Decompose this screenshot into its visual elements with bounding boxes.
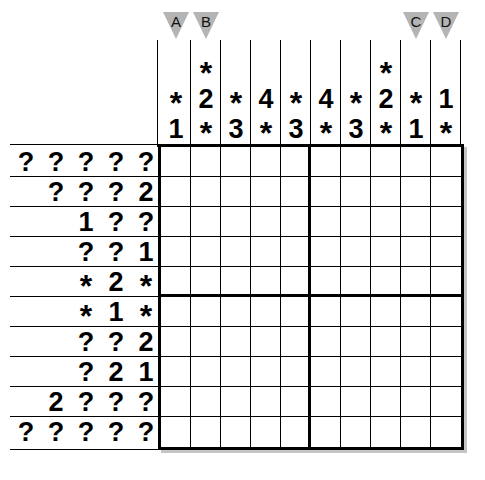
marker-letter: B — [193, 14, 220, 29]
clue-number: ? — [101, 387, 131, 417]
cell-r1c7[interactable] — [341, 147, 371, 177]
col-clue-2: *2* — [191, 54, 221, 144]
col-clue-5: *3 — [281, 54, 311, 144]
cell-r3c6[interactable] — [311, 207, 341, 237]
col-clue-1: *1 — [161, 54, 191, 144]
cell-r2c1[interactable] — [161, 177, 191, 207]
cell-r3c3[interactable] — [221, 207, 251, 237]
clue-number: 1 — [101, 297, 131, 327]
clue-number: 2 — [41, 387, 71, 417]
cell-r10c2[interactable] — [191, 417, 221, 447]
clue-number: 4 — [311, 84, 341, 114]
clue-hidden: * — [401, 84, 431, 114]
clue-number: ? — [101, 207, 131, 237]
cell-r7c3[interactable] — [221, 327, 251, 357]
clue-hidden: * — [221, 84, 251, 114]
row-clue-3: 1?? — [11, 207, 161, 237]
clue-hidden: * — [371, 54, 401, 84]
clue-hidden: * — [71, 267, 101, 297]
row-clue-4: ??1 — [11, 237, 161, 267]
cell-r5c9[interactable] — [401, 267, 431, 297]
cell-r1c5[interactable] — [281, 147, 311, 177]
cell-r4c9[interactable] — [401, 237, 431, 267]
cell-r8c4[interactable] — [251, 357, 281, 387]
clue-number: ? — [101, 147, 131, 177]
cell-r10c8[interactable] — [371, 417, 401, 447]
cell-r7c7[interactable] — [341, 327, 371, 357]
clue-hidden: * — [161, 84, 191, 114]
clue-number: ? — [71, 417, 101, 447]
cell-r8c6[interactable] — [311, 357, 341, 387]
cell-r4c7[interactable] — [341, 237, 371, 267]
cell-r4c6[interactable] — [311, 237, 341, 267]
clue-number: ? — [101, 327, 131, 357]
cell-r8c9[interactable] — [401, 357, 431, 387]
clue-hidden: * — [311, 114, 341, 144]
marker-B: B — [193, 12, 220, 39]
cell-r6c4[interactable] — [251, 297, 281, 327]
cell-r9c2[interactable] — [191, 387, 221, 417]
cell-r2c6[interactable] — [311, 177, 341, 207]
cell-r1c3[interactable] — [221, 147, 251, 177]
cell-r2c7[interactable] — [341, 177, 371, 207]
col-clue-4: 4* — [251, 54, 281, 144]
cell-r7c8[interactable] — [371, 327, 401, 357]
clue-hidden: * — [71, 297, 101, 327]
nonogram-board: ABCD *1*2**34**34**3*2**11* ????????21??… — [0, 0, 485, 480]
cell-r9c6[interactable] — [311, 387, 341, 417]
marker-letter: D — [433, 14, 460, 29]
cell-r10c1[interactable] — [161, 417, 191, 447]
cell-r3c5[interactable] — [281, 207, 311, 237]
cell-r1c4[interactable] — [251, 147, 281, 177]
cell-r8c7[interactable] — [341, 357, 371, 387]
cell-r3c9[interactable] — [401, 207, 431, 237]
cell-r1c6[interactable] — [311, 147, 341, 177]
clue-number: 2 — [131, 177, 161, 207]
hidden-clue-star: * — [230, 88, 242, 118]
cell-r5c3[interactable] — [221, 267, 251, 297]
clue-number: ? — [71, 237, 101, 267]
clue-hidden: * — [341, 84, 371, 114]
row-clue-10: ????? — [11, 417, 161, 447]
row-clue-8: ?21 — [11, 357, 161, 387]
cell-r1c10[interactable] — [431, 147, 461, 177]
clue-number: ? — [11, 147, 41, 177]
clue-number: ? — [11, 417, 41, 447]
col-clue-separator — [157, 40, 158, 147]
clue-number: ? — [41, 147, 71, 177]
clue-hidden: * — [191, 54, 221, 84]
cell-r7c6[interactable] — [311, 327, 341, 357]
row-clue-1: ????? — [11, 147, 161, 177]
cell-r4c8[interactable] — [371, 237, 401, 267]
hidden-clue-star: * — [290, 88, 302, 118]
cell-r6c2[interactable] — [191, 297, 221, 327]
clue-number: ? — [101, 177, 131, 207]
cell-r10c7[interactable] — [341, 417, 371, 447]
cell-r2c3[interactable] — [221, 177, 251, 207]
clue-number: ? — [131, 147, 161, 177]
cell-r7c10[interactable] — [431, 327, 461, 357]
cell-r3c2[interactable] — [191, 207, 221, 237]
clue-number: ? — [131, 207, 161, 237]
cell-r7c4[interactable] — [251, 327, 281, 357]
cell-r4c4[interactable] — [251, 237, 281, 267]
cell-r5c8[interactable] — [371, 267, 401, 297]
cell-r5c1[interactable] — [161, 267, 191, 297]
clue-hidden: * — [131, 267, 161, 297]
clue-number: 1 — [131, 357, 161, 387]
cell-r6c5[interactable] — [281, 297, 311, 327]
cell-r5c7[interactable] — [341, 267, 371, 297]
clue-number: ? — [101, 417, 131, 447]
cell-r8c5[interactable] — [281, 357, 311, 387]
clue-hidden: * — [371, 114, 401, 144]
cell-r2c4[interactable] — [251, 177, 281, 207]
cell-r4c1[interactable] — [161, 237, 191, 267]
clue-number: 1 — [431, 84, 461, 114]
cell-r2c8[interactable] — [371, 177, 401, 207]
row-clue-separator — [10, 449, 161, 450]
cell-r4c3[interactable] — [221, 237, 251, 267]
cell-r3c10[interactable] — [431, 207, 461, 237]
col-clue-7: *3 — [341, 54, 371, 144]
cell-r10c10[interactable] — [431, 417, 461, 447]
clue-number: 1 — [131, 237, 161, 267]
col-clue-6: 4* — [311, 54, 341, 144]
row-clue-5: *2* — [11, 267, 161, 297]
cell-r7c2[interactable] — [191, 327, 221, 357]
cell-r10c4[interactable] — [251, 417, 281, 447]
cell-r5c4[interactable] — [251, 267, 281, 297]
cell-r6c9[interactable] — [401, 297, 431, 327]
row-clue-7: ??2 — [11, 327, 161, 357]
col-clue-8: *2* — [371, 54, 401, 144]
clue-number: 4 — [251, 84, 281, 114]
clue-number: ? — [41, 417, 71, 447]
cell-r7c5[interactable] — [281, 327, 311, 357]
clue-number: ? — [71, 357, 101, 387]
row-clue-2: ???2 — [11, 177, 161, 207]
cell-r2c2[interactable] — [191, 177, 221, 207]
marker-letter: C — [403, 14, 430, 29]
cell-r6c1[interactable] — [161, 297, 191, 327]
clue-number: ? — [41, 177, 71, 207]
cell-r5c6[interactable] — [311, 267, 341, 297]
hidden-clue-star: * — [200, 58, 212, 88]
clue-number: ? — [71, 387, 101, 417]
cell-r9c9[interactable] — [401, 387, 431, 417]
clue-hidden: * — [281, 84, 311, 114]
clue-hidden: * — [431, 114, 461, 144]
cell-r10c3[interactable] — [221, 417, 251, 447]
cell-r4c10[interactable] — [431, 237, 461, 267]
cell-r7c1[interactable] — [161, 327, 191, 357]
marker-C: C — [403, 12, 430, 39]
cell-r7c9[interactable] — [401, 327, 431, 357]
cell-r4c2[interactable] — [191, 237, 221, 267]
cell-r3c4[interactable] — [251, 207, 281, 237]
cell-r5c2[interactable] — [191, 267, 221, 297]
cell-r6c10[interactable] — [431, 297, 461, 327]
marker-D: D — [433, 12, 460, 39]
cell-r5c5[interactable] — [281, 267, 311, 297]
cell-r2c5[interactable] — [281, 177, 311, 207]
row-clue-9: 2??? — [11, 387, 161, 417]
clue-number: 2 — [131, 327, 161, 357]
marker-letter: A — [163, 14, 190, 29]
cell-r4c5[interactable] — [281, 237, 311, 267]
cell-r10c5[interactable] — [281, 417, 311, 447]
cell-r6c6[interactable] — [311, 297, 341, 327]
marker-A: A — [163, 12, 190, 39]
cell-r6c8[interactable] — [371, 297, 401, 327]
cell-r10c9[interactable] — [401, 417, 431, 447]
col-clue-9: *1 — [401, 54, 431, 144]
clue-number: ? — [101, 237, 131, 267]
cell-r10c6[interactable] — [311, 417, 341, 447]
hidden-clue-star: * — [350, 88, 362, 118]
cell-r3c8[interactable] — [371, 207, 401, 237]
cell-r9c8[interactable] — [371, 387, 401, 417]
cell-r2c10[interactable] — [431, 177, 461, 207]
cell-r1c9[interactable] — [401, 147, 431, 177]
clue-number: 2 — [101, 267, 131, 297]
puzzle-grid — [158, 144, 464, 450]
cell-r8c8[interactable] — [371, 357, 401, 387]
cell-r1c1[interactable] — [161, 147, 191, 177]
row-clue-separator — [10, 144, 161, 145]
cell-r9c7[interactable] — [341, 387, 371, 417]
hidden-clue-star: * — [170, 88, 182, 118]
cell-r8c2[interactable] — [191, 357, 221, 387]
cell-r8c10[interactable] — [431, 357, 461, 387]
cell-r6c7[interactable] — [341, 297, 371, 327]
cell-r6c3[interactable] — [221, 297, 251, 327]
row-clue-6: *1* — [11, 297, 161, 327]
cell-r3c1[interactable] — [161, 207, 191, 237]
clue-hidden: * — [191, 114, 221, 144]
cell-r9c10[interactable] — [431, 387, 461, 417]
cell-r9c1[interactable] — [161, 387, 191, 417]
cell-r9c5[interactable] — [281, 387, 311, 417]
col-clue-10: 1* — [431, 54, 461, 144]
cell-r9c4[interactable] — [251, 387, 281, 417]
cell-r8c3[interactable] — [221, 357, 251, 387]
clue-number: ? — [71, 177, 101, 207]
clue-hidden: * — [131, 297, 161, 327]
clue-number: ? — [131, 387, 161, 417]
clue-number: 2 — [101, 357, 131, 387]
col-clue-3: *3 — [221, 54, 251, 144]
clue-number: ? — [131, 417, 161, 447]
cell-r1c8[interactable] — [371, 147, 401, 177]
clue-number: 1 — [71, 207, 101, 237]
hidden-clue-star: * — [380, 58, 392, 88]
clue-hidden: * — [251, 114, 281, 144]
cell-r5c10[interactable] — [431, 267, 461, 297]
hidden-clue-star: * — [410, 88, 422, 118]
clue-number: ? — [71, 147, 101, 177]
cell-r1c2[interactable] — [191, 147, 221, 177]
cell-r9c3[interactable] — [221, 387, 251, 417]
clue-number: ? — [71, 327, 101, 357]
cell-r8c1[interactable] — [161, 357, 191, 387]
cell-r2c9[interactable] — [401, 177, 431, 207]
cell-r3c7[interactable] — [341, 207, 371, 237]
